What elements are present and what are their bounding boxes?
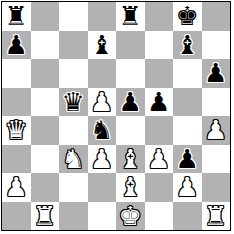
- square-e6[interactable]: [116, 59, 145, 88]
- square-c1[interactable]: [59, 202, 88, 231]
- white-rook: ♜: [33, 202, 56, 231]
- square-a4[interactable]: ♛: [2, 116, 31, 145]
- square-g6[interactable]: [173, 59, 202, 88]
- square-g1[interactable]: [173, 202, 202, 231]
- square-b3[interactable]: [31, 145, 60, 174]
- square-b2[interactable]: [31, 173, 60, 202]
- black-pawn: ♟: [147, 88, 170, 117]
- square-d2[interactable]: [88, 173, 117, 202]
- chessboard: ♜♜♚♟♝♝♟♛♟♟♟♛♞♟♞♟♝♟♟♟♝♟♜♚♜: [1, 1, 231, 231]
- black-pawn: ♟: [204, 59, 227, 88]
- square-f6[interactable]: [145, 59, 174, 88]
- square-f4[interactable]: [145, 116, 174, 145]
- square-c3[interactable]: ♞: [59, 145, 88, 174]
- white-knight: ♞: [62, 145, 85, 174]
- square-g8[interactable]: ♚: [173, 2, 202, 31]
- square-h3[interactable]: [202, 145, 231, 174]
- square-b6[interactable]: [31, 59, 60, 88]
- square-c5[interactable]: ♛: [59, 88, 88, 117]
- black-pawn: ♟: [119, 88, 142, 117]
- square-g2[interactable]: ♟: [173, 173, 202, 202]
- black-pawn: ♟: [176, 145, 199, 174]
- square-e8[interactable]: ♜: [116, 2, 145, 31]
- black-knight: ♞: [90, 116, 113, 145]
- square-g4[interactable]: [173, 116, 202, 145]
- black-pawn: ♟: [5, 31, 28, 60]
- square-f7[interactable]: [145, 31, 174, 60]
- white-bishop: ♝: [119, 145, 142, 174]
- square-h4[interactable]: ♟: [202, 116, 231, 145]
- white-bishop: ♝: [119, 173, 142, 202]
- square-f2[interactable]: [145, 173, 174, 202]
- square-d3[interactable]: ♟: [88, 145, 117, 174]
- square-e5[interactable]: ♟: [116, 88, 145, 117]
- white-rook: ♜: [204, 202, 227, 231]
- white-pawn: ♟: [90, 88, 113, 117]
- square-a1[interactable]: [2, 202, 31, 231]
- white-pawn: ♟: [90, 145, 113, 174]
- square-h6[interactable]: ♟: [202, 59, 231, 88]
- square-b5[interactable]: [31, 88, 60, 117]
- square-c6[interactable]: [59, 59, 88, 88]
- square-f8[interactable]: [145, 2, 174, 31]
- square-e3[interactable]: ♝: [116, 145, 145, 174]
- white-pawn: ♟: [204, 116, 227, 145]
- chessboard-container: ♜♜♚♟♝♝♟♛♟♟♟♛♞♟♞♟♝♟♟♟♝♟♜♚♜: [0, 0, 234, 234]
- square-a5[interactable]: [2, 88, 31, 117]
- square-g7[interactable]: ♝: [173, 31, 202, 60]
- square-c8[interactable]: [59, 2, 88, 31]
- square-d7[interactable]: ♝: [88, 31, 117, 60]
- square-h8[interactable]: [202, 2, 231, 31]
- black-queen: ♛: [62, 88, 85, 117]
- square-g5[interactable]: [173, 88, 202, 117]
- white-pawn: ♟: [176, 173, 199, 202]
- square-c4[interactable]: [59, 116, 88, 145]
- square-e4[interactable]: [116, 116, 145, 145]
- square-a2[interactable]: ♟: [2, 173, 31, 202]
- square-d5[interactable]: ♟: [88, 88, 117, 117]
- square-f1[interactable]: [145, 202, 174, 231]
- square-e1[interactable]: ♚: [116, 202, 145, 231]
- square-a7[interactable]: ♟: [2, 31, 31, 60]
- square-f3[interactable]: ♟: [145, 145, 174, 174]
- square-a8[interactable]: ♜: [2, 2, 31, 31]
- square-g3[interactable]: ♟: [173, 145, 202, 174]
- white-pawn: ♟: [5, 173, 28, 202]
- square-c2[interactable]: [59, 173, 88, 202]
- square-e2[interactable]: ♝: [116, 173, 145, 202]
- square-a6[interactable]: [2, 59, 31, 88]
- white-king: ♚: [119, 202, 142, 231]
- square-c7[interactable]: [59, 31, 88, 60]
- square-e7[interactable]: [116, 31, 145, 60]
- black-king: ♚: [176, 2, 199, 31]
- square-b7[interactable]: [31, 31, 60, 60]
- square-h7[interactable]: [202, 31, 231, 60]
- square-h5[interactable]: [202, 88, 231, 117]
- square-d6[interactable]: [88, 59, 117, 88]
- square-a3[interactable]: [2, 145, 31, 174]
- black-rook: ♜: [5, 2, 28, 31]
- square-b1[interactable]: ♜: [31, 202, 60, 231]
- square-f5[interactable]: ♟: [145, 88, 174, 117]
- square-b8[interactable]: [31, 2, 60, 31]
- square-h1[interactable]: ♜: [202, 202, 231, 231]
- square-h2[interactable]: [202, 173, 231, 202]
- square-d4[interactable]: ♞: [88, 116, 117, 145]
- white-pawn: ♟: [147, 145, 170, 174]
- square-d8[interactable]: [88, 2, 117, 31]
- square-b4[interactable]: [31, 116, 60, 145]
- black-bishop: ♝: [176, 31, 199, 60]
- square-d1[interactable]: [88, 202, 117, 231]
- black-bishop: ♝: [90, 31, 113, 60]
- black-rook: ♜: [119, 2, 142, 31]
- white-queen: ♛: [5, 116, 28, 145]
